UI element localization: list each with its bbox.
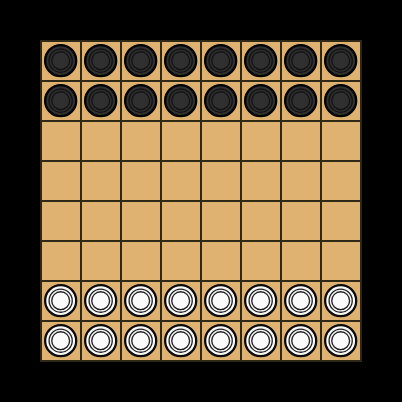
black-piece[interactable] [243, 83, 278, 118]
game-board [40, 40, 362, 362]
board-square-r7c6[interactable] [241, 281, 281, 321]
board-square-r4c1[interactable] [41, 161, 81, 201]
board-square-r1c4[interactable] [161, 41, 201, 81]
board-square-r3c1[interactable] [41, 121, 81, 161]
white-piece[interactable] [243, 323, 278, 358]
white-piece[interactable] [283, 283, 318, 318]
board-square-r7c5[interactable] [201, 281, 241, 321]
board-square-r3c8[interactable] [321, 121, 361, 161]
black-piece[interactable] [43, 43, 78, 78]
page-background [0, 0, 402, 402]
board-square-r5c2[interactable] [81, 201, 121, 241]
board-square-r4c7[interactable] [281, 161, 321, 201]
black-piece[interactable] [243, 43, 278, 78]
board-square-r5c8[interactable] [321, 201, 361, 241]
board-square-r8c6[interactable] [241, 321, 281, 361]
black-piece[interactable] [283, 83, 318, 118]
board-square-r2c3[interactable] [121, 81, 161, 121]
white-piece[interactable] [43, 323, 78, 358]
white-piece[interactable] [43, 283, 78, 318]
board-square-r1c5[interactable] [201, 41, 241, 81]
white-piece[interactable] [323, 323, 358, 358]
white-piece[interactable] [123, 283, 158, 318]
board-square-r1c8[interactable] [321, 41, 361, 81]
board-square-r7c7[interactable] [281, 281, 321, 321]
board-square-r6c3[interactable] [121, 241, 161, 281]
board-square-r2c8[interactable] [321, 81, 361, 121]
board-square-r7c3[interactable] [121, 281, 161, 321]
board-square-r6c5[interactable] [201, 241, 241, 281]
white-piece[interactable] [283, 323, 318, 358]
white-piece[interactable] [243, 283, 278, 318]
board-square-r5c5[interactable] [201, 201, 241, 241]
board-square-r2c6[interactable] [241, 81, 281, 121]
board-square-r6c1[interactable] [41, 241, 81, 281]
board-square-r2c1[interactable] [41, 81, 81, 121]
black-piece[interactable] [283, 43, 318, 78]
board-square-r6c7[interactable] [281, 241, 321, 281]
board-square-r1c7[interactable] [281, 41, 321, 81]
board-square-r5c7[interactable] [281, 201, 321, 241]
board-square-r3c7[interactable] [281, 121, 321, 161]
board-square-r8c8[interactable] [321, 321, 361, 361]
board-square-r4c2[interactable] [81, 161, 121, 201]
board-square-r1c6[interactable] [241, 41, 281, 81]
white-piece[interactable] [163, 323, 198, 358]
black-piece[interactable] [83, 83, 118, 118]
board-square-r8c3[interactable] [121, 321, 161, 361]
board-square-r3c6[interactable] [241, 121, 281, 161]
black-piece[interactable] [123, 43, 158, 78]
black-piece[interactable] [163, 43, 198, 78]
board-square-r6c4[interactable] [161, 241, 201, 281]
board-square-r7c2[interactable] [81, 281, 121, 321]
white-piece[interactable] [83, 283, 118, 318]
black-piece[interactable] [163, 83, 198, 118]
board-square-r3c4[interactable] [161, 121, 201, 161]
board-square-r4c6[interactable] [241, 161, 281, 201]
black-piece[interactable] [203, 83, 238, 118]
board-square-r4c4[interactable] [161, 161, 201, 201]
black-piece[interactable] [123, 83, 158, 118]
white-piece[interactable] [203, 283, 238, 318]
board-square-r1c2[interactable] [81, 41, 121, 81]
white-piece[interactable] [123, 323, 158, 358]
board-square-r1c1[interactable] [41, 41, 81, 81]
board-square-r4c3[interactable] [121, 161, 161, 201]
board-square-r8c5[interactable] [201, 321, 241, 361]
board-square-r2c2[interactable] [81, 81, 121, 121]
board-square-r2c5[interactable] [201, 81, 241, 121]
board-square-r1c3[interactable] [121, 41, 161, 81]
black-piece[interactable] [43, 83, 78, 118]
white-piece[interactable] [203, 323, 238, 358]
black-piece[interactable] [323, 83, 358, 118]
board-square-r6c2[interactable] [81, 241, 121, 281]
black-piece[interactable] [203, 43, 238, 78]
board-square-r3c2[interactable] [81, 121, 121, 161]
board-square-r5c4[interactable] [161, 201, 201, 241]
board-square-r3c5[interactable] [201, 121, 241, 161]
board-square-r3c3[interactable] [121, 121, 161, 161]
board-square-r8c4[interactable] [161, 321, 201, 361]
white-piece[interactable] [83, 323, 118, 358]
board-square-r8c1[interactable] [41, 321, 81, 361]
board-square-r4c8[interactable] [321, 161, 361, 201]
board-square-r6c8[interactable] [321, 241, 361, 281]
board-square-r7c4[interactable] [161, 281, 201, 321]
board-square-r7c8[interactable] [321, 281, 361, 321]
board-square-r2c4[interactable] [161, 81, 201, 121]
board-square-r7c1[interactable] [41, 281, 81, 321]
black-piece[interactable] [83, 43, 118, 78]
board-square-r5c1[interactable] [41, 201, 81, 241]
white-piece[interactable] [163, 283, 198, 318]
board-square-r5c3[interactable] [121, 201, 161, 241]
board-square-r2c7[interactable] [281, 81, 321, 121]
board-square-r6c6[interactable] [241, 241, 281, 281]
board-square-r5c6[interactable] [241, 201, 281, 241]
board-square-r4c5[interactable] [201, 161, 241, 201]
board-square-r8c2[interactable] [81, 321, 121, 361]
black-piece[interactable] [323, 43, 358, 78]
board-square-r8c7[interactable] [281, 321, 321, 361]
white-piece[interactable] [323, 283, 358, 318]
